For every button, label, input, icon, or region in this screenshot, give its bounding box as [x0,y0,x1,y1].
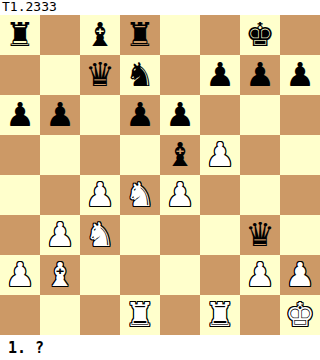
square-e3[interactable] [160,215,200,255]
square-c1[interactable] [80,295,120,335]
piece-white-pawn[interactable]: ♟ [45,215,75,255]
square-h7[interactable]: ♟ [280,55,320,95]
piece-white-rook[interactable]: ♜ [125,295,155,335]
piece-black-rook[interactable]: ♜ [5,15,35,55]
square-d3[interactable] [120,215,160,255]
square-g1[interactable] [240,295,280,335]
square-d1[interactable]: ♜ [120,295,160,335]
piece-black-queen[interactable]: ♛ [85,55,115,95]
square-h3[interactable] [280,215,320,255]
piece-white-pawn[interactable]: ♟ [165,175,195,215]
piece-white-pawn[interactable]: ♟ [85,175,115,215]
puzzle-title: T1.2333 [0,0,320,15]
square-f3[interactable] [200,215,240,255]
piece-white-rook[interactable]: ♜ [205,295,235,335]
piece-white-pawn[interactable]: ♟ [205,135,235,175]
square-g6[interactable] [240,95,280,135]
square-h4[interactable] [280,175,320,215]
square-b1[interactable] [40,295,80,335]
square-a6[interactable]: ♟ [0,95,40,135]
piece-black-king[interactable]: ♚ [245,15,275,55]
piece-black-pawn[interactable]: ♟ [45,95,75,135]
piece-black-pawn[interactable]: ♟ [5,95,35,135]
move-prompt: 1. ? [0,339,320,357]
square-c3[interactable]: ♞ [80,215,120,255]
square-d4[interactable]: ♞ [120,175,160,215]
square-h6[interactable] [280,95,320,135]
square-a1[interactable] [0,295,40,335]
piece-black-rook[interactable]: ♜ [125,15,155,55]
square-g4[interactable] [240,175,280,215]
square-f8[interactable] [200,15,240,55]
square-e7[interactable] [160,55,200,95]
chess-board: ♜♝♜♚♛♞♟♟♟♟♟♟♟♝♟♟♞♟♟♞♛♟♝♟♟♜♜♚ [0,15,320,335]
piece-black-pawn[interactable]: ♟ [245,55,275,95]
square-d6[interactable]: ♟ [120,95,160,135]
piece-black-pawn[interactable]: ♟ [205,55,235,95]
square-f7[interactable]: ♟ [200,55,240,95]
piece-white-bishop[interactable]: ♝ [45,255,75,295]
square-g2[interactable]: ♟ [240,255,280,295]
square-a2[interactable]: ♟ [0,255,40,295]
square-a4[interactable] [0,175,40,215]
square-b6[interactable]: ♟ [40,95,80,135]
piece-black-knight[interactable]: ♞ [125,55,155,95]
piece-white-pawn[interactable]: ♟ [5,255,35,295]
piece-white-knight[interactable]: ♞ [85,215,115,255]
square-h8[interactable] [280,15,320,55]
square-e4[interactable]: ♟ [160,175,200,215]
square-d7[interactable]: ♞ [120,55,160,95]
square-b7[interactable] [40,55,80,95]
square-c5[interactable] [80,135,120,175]
square-c7[interactable]: ♛ [80,55,120,95]
square-a7[interactable] [0,55,40,95]
square-a3[interactable] [0,215,40,255]
piece-black-pawn[interactable]: ♟ [285,55,315,95]
piece-black-bishop[interactable]: ♝ [165,135,195,175]
square-h1[interactable]: ♚ [280,295,320,335]
square-d8[interactable]: ♜ [120,15,160,55]
square-g7[interactable]: ♟ [240,55,280,95]
square-b2[interactable]: ♝ [40,255,80,295]
square-c4[interactable]: ♟ [80,175,120,215]
square-b8[interactable] [40,15,80,55]
piece-black-pawn[interactable]: ♟ [165,95,195,135]
square-c8[interactable]: ♝ [80,15,120,55]
square-g8[interactable]: ♚ [240,15,280,55]
piece-black-pawn[interactable]: ♟ [125,95,155,135]
square-b5[interactable] [40,135,80,175]
square-f1[interactable]: ♜ [200,295,240,335]
piece-black-queen[interactable]: ♛ [245,215,275,255]
square-e2[interactable] [160,255,200,295]
square-h5[interactable] [280,135,320,175]
square-a8[interactable]: ♜ [0,15,40,55]
square-d5[interactable] [120,135,160,175]
piece-white-king[interactable]: ♚ [285,295,315,335]
square-h2[interactable]: ♟ [280,255,320,295]
square-g3[interactable]: ♛ [240,215,280,255]
square-g5[interactable] [240,135,280,175]
square-d2[interactable] [120,255,160,295]
square-e5[interactable]: ♝ [160,135,200,175]
square-f4[interactable] [200,175,240,215]
piece-white-pawn[interactable]: ♟ [285,255,315,295]
square-b4[interactable] [40,175,80,215]
square-f2[interactable] [200,255,240,295]
square-e6[interactable]: ♟ [160,95,200,135]
square-b3[interactable]: ♟ [40,215,80,255]
piece-black-bishop[interactable]: ♝ [85,15,115,55]
square-f5[interactable]: ♟ [200,135,240,175]
piece-white-knight[interactable]: ♞ [125,175,155,215]
square-a5[interactable] [0,135,40,175]
square-c2[interactable] [80,255,120,295]
square-c6[interactable] [80,95,120,135]
square-f6[interactable] [200,95,240,135]
square-e1[interactable] [160,295,200,335]
piece-white-pawn[interactable]: ♟ [245,255,275,295]
square-e8[interactable] [160,15,200,55]
